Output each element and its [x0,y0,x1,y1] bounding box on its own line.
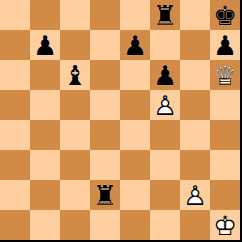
square-d5[interactable] [90,90,120,120]
square-e1[interactable] [120,210,150,240]
black-pawn[interactable]: ♟ [150,60,180,90]
square-f1[interactable] [150,210,180,240]
black-rook[interactable]: ♜ [90,180,120,210]
square-g1[interactable] [180,210,210,240]
square-h4[interactable] [210,120,240,150]
square-b7[interactable]: ♟ [30,30,60,60]
square-e2[interactable] [120,180,150,210]
square-h7[interactable]: ♟ [210,30,240,60]
square-g5[interactable] [180,90,210,120]
square-f2[interactable] [150,180,180,210]
square-f6[interactable]: ♟ [150,60,180,90]
square-e8[interactable] [120,0,150,30]
square-h6[interactable]: ♛♕ [210,60,240,90]
square-b1[interactable] [30,210,60,240]
square-d6[interactable] [90,60,120,90]
square-b4[interactable] [30,120,60,150]
square-g8[interactable] [180,0,210,30]
square-d1[interactable] [90,210,120,240]
square-h5[interactable] [210,90,240,120]
square-b6[interactable] [30,60,60,90]
board-frame: ♜♚♟♟♟♝♟♛♕♟♙♜♟♙♚♔ [0,0,242,242]
square-a6[interactable] [0,60,30,90]
square-e4[interactable] [120,120,150,150]
square-d7[interactable] [90,30,120,60]
square-a7[interactable] [0,30,30,60]
square-a1[interactable] [0,210,30,240]
square-f5[interactable]: ♟♙ [150,90,180,120]
square-a3[interactable] [0,150,30,180]
square-c2[interactable] [60,180,90,210]
white-king[interactable]: ♚♔ [210,210,240,240]
white-pawn[interactable]: ♟♙ [150,90,180,120]
square-g3[interactable] [180,150,210,180]
square-c4[interactable] [60,120,90,150]
black-pawn[interactable]: ♟ [120,30,150,60]
square-h3[interactable] [210,150,240,180]
square-c6[interactable]: ♝ [60,60,90,90]
square-c7[interactable] [60,30,90,60]
square-d4[interactable] [90,120,120,150]
black-pawn[interactable]: ♟ [30,30,60,60]
square-f3[interactable] [150,150,180,180]
square-e3[interactable] [120,150,150,180]
square-h1[interactable]: ♚♔ [210,210,240,240]
square-d3[interactable] [90,150,120,180]
square-h2[interactable] [210,180,240,210]
white-pawn[interactable]: ♟♙ [180,180,210,210]
square-b2[interactable] [30,180,60,210]
square-c3[interactable] [60,150,90,180]
square-a2[interactable] [0,180,30,210]
black-rook[interactable]: ♜ [150,0,180,30]
square-f8[interactable]: ♜ [150,0,180,30]
square-d2[interactable]: ♜ [90,180,120,210]
square-g6[interactable] [180,60,210,90]
square-e6[interactable] [120,60,150,90]
square-b8[interactable] [30,0,60,30]
square-e5[interactable] [120,90,150,120]
square-g4[interactable] [180,120,210,150]
white-queen[interactable]: ♛♕ [210,60,240,90]
square-g2[interactable]: ♟♙ [180,180,210,210]
square-e7[interactable]: ♟ [120,30,150,60]
square-h8[interactable]: ♚ [210,0,240,30]
black-pawn[interactable]: ♟ [210,30,240,60]
square-c5[interactable] [60,90,90,120]
square-a4[interactable] [0,120,30,150]
square-c8[interactable] [60,0,90,30]
square-b3[interactable] [30,150,60,180]
square-c1[interactable] [60,210,90,240]
square-d8[interactable] [90,0,120,30]
square-a5[interactable] [0,90,30,120]
square-g7[interactable] [180,30,210,60]
square-f7[interactable] [150,30,180,60]
chess-board: ♜♚♟♟♟♝♟♛♕♟♙♜♟♙♚♔ [0,0,240,240]
black-king[interactable]: ♚ [210,0,240,30]
square-b5[interactable] [30,90,60,120]
square-f4[interactable] [150,120,180,150]
square-a8[interactable] [0,0,30,30]
black-bishop[interactable]: ♝ [60,60,90,90]
